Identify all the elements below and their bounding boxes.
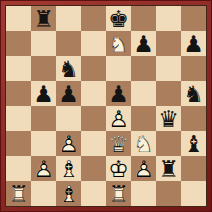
square-a4[interactable] bbox=[6, 106, 31, 131]
piece-black-queen-g4[interactable]: ♛ bbox=[156, 106, 181, 131]
white-pawn-outline: ♙ bbox=[131, 156, 156, 181]
piece-white-rook-e1[interactable]: ♜♖ bbox=[106, 181, 131, 206]
square-a2[interactable] bbox=[6, 156, 31, 181]
black-rook-glyph: ♜ bbox=[156, 156, 181, 181]
square-a1[interactable]: ♜♖ bbox=[6, 181, 31, 206]
square-c8[interactable] bbox=[56, 6, 81, 31]
square-b2[interactable]: ♟♙ bbox=[31, 156, 56, 181]
square-g5[interactable] bbox=[156, 81, 181, 106]
square-f4[interactable] bbox=[131, 106, 156, 131]
black-pawn-glyph: ♟ bbox=[31, 81, 56, 106]
square-b4[interactable] bbox=[31, 106, 56, 131]
white-pawn-outline: ♙ bbox=[56, 131, 81, 156]
black-knight-glyph: ♞ bbox=[181, 81, 206, 106]
square-c5[interactable]: ♟ bbox=[56, 81, 81, 106]
square-g1[interactable] bbox=[156, 181, 181, 206]
square-b7[interactable] bbox=[31, 31, 56, 56]
black-rook-glyph: ♜ bbox=[31, 6, 56, 31]
black-king-glyph: ♚ bbox=[106, 6, 131, 31]
piece-black-bishop-h3[interactable]: ♝ bbox=[181, 131, 206, 156]
square-h5[interactable]: ♞ bbox=[181, 81, 206, 106]
piece-black-king-e8[interactable]: ♚ bbox=[106, 6, 131, 31]
square-g3[interactable] bbox=[156, 131, 181, 156]
square-h4[interactable] bbox=[181, 106, 206, 131]
square-h2[interactable] bbox=[181, 156, 206, 181]
square-g2[interactable]: ♜ bbox=[156, 156, 181, 181]
piece-black-pawn-c5[interactable]: ♟ bbox=[56, 81, 81, 106]
square-d5[interactable] bbox=[81, 81, 106, 106]
piece-white-knight-f3[interactable]: ♞♘ bbox=[131, 131, 156, 156]
square-c2[interactable]: ♝♗ bbox=[56, 156, 81, 181]
square-e7[interactable]: ♞♘ bbox=[106, 31, 131, 56]
square-b8[interactable]: ♜ bbox=[31, 6, 56, 31]
square-d8[interactable] bbox=[81, 6, 106, 31]
square-c1[interactable]: ♝♗ bbox=[56, 181, 81, 206]
black-pawn-glyph: ♟ bbox=[131, 31, 156, 56]
piece-white-queen-e3[interactable]: ♛♕ bbox=[106, 131, 131, 156]
board-frame: ♜♚♞♘♟♟♞♟♟♟♞♟♙♛♟♙♛♕♞♘♝♟♙♝♗♚♔♟♙♜♜♖♝♗♜♖ bbox=[0, 0, 212, 212]
square-a5[interactable] bbox=[6, 81, 31, 106]
square-e5[interactable]: ♟ bbox=[106, 81, 131, 106]
piece-white-pawn-b2[interactable]: ♟♙ bbox=[31, 156, 56, 181]
square-d1[interactable] bbox=[81, 181, 106, 206]
square-c7[interactable] bbox=[56, 31, 81, 56]
white-king-outline: ♔ bbox=[106, 156, 131, 181]
square-d4[interactable] bbox=[81, 106, 106, 131]
square-f1[interactable] bbox=[131, 181, 156, 206]
white-bishop-outline: ♗ bbox=[56, 156, 81, 181]
piece-white-pawn-e4[interactable]: ♟♙ bbox=[106, 106, 131, 131]
square-d3[interactable] bbox=[81, 131, 106, 156]
white-rook-outline: ♖ bbox=[6, 181, 31, 206]
square-h6[interactable] bbox=[181, 56, 206, 81]
square-d2[interactable] bbox=[81, 156, 106, 181]
square-h1[interactable] bbox=[181, 181, 206, 206]
piece-white-knight-e7[interactable]: ♞♘ bbox=[106, 31, 131, 56]
black-queen-glyph: ♛ bbox=[156, 106, 181, 131]
square-a3[interactable] bbox=[6, 131, 31, 156]
white-knight-outline: ♘ bbox=[131, 131, 156, 156]
square-c3[interactable]: ♟♙ bbox=[56, 131, 81, 156]
square-g4[interactable]: ♛ bbox=[156, 106, 181, 131]
square-f3[interactable]: ♞♘ bbox=[131, 131, 156, 156]
white-bishop-outline: ♗ bbox=[56, 181, 81, 206]
square-g6[interactable] bbox=[156, 56, 181, 81]
square-g8[interactable] bbox=[156, 6, 181, 31]
square-e8[interactable]: ♚ bbox=[106, 6, 131, 31]
square-b6[interactable] bbox=[31, 56, 56, 81]
black-knight-glyph: ♞ bbox=[56, 56, 81, 81]
square-d7[interactable] bbox=[81, 31, 106, 56]
piece-black-pawn-b5[interactable]: ♟ bbox=[31, 81, 56, 106]
piece-white-king-e2[interactable]: ♚♔ bbox=[106, 156, 131, 181]
square-h8[interactable] bbox=[181, 6, 206, 31]
piece-white-bishop-c2[interactable]: ♝♗ bbox=[56, 156, 81, 181]
piece-black-rook-b8[interactable]: ♜ bbox=[31, 6, 56, 31]
piece-white-pawn-c3[interactable]: ♟♙ bbox=[56, 131, 81, 156]
square-b5[interactable]: ♟ bbox=[31, 81, 56, 106]
piece-black-pawn-h7[interactable]: ♟ bbox=[181, 31, 206, 56]
square-a6[interactable] bbox=[6, 56, 31, 81]
square-f8[interactable] bbox=[131, 6, 156, 31]
piece-black-knight-h5[interactable]: ♞ bbox=[181, 81, 206, 106]
square-f5[interactable] bbox=[131, 81, 156, 106]
white-queen-outline: ♕ bbox=[106, 131, 131, 156]
square-e6[interactable] bbox=[106, 56, 131, 81]
chess-board: ♜♚♞♘♟♟♞♟♟♟♞♟♙♛♟♙♛♕♞♘♝♟♙♝♗♚♔♟♙♜♜♖♝♗♜♖ bbox=[6, 6, 206, 206]
square-c6[interactable]: ♞ bbox=[56, 56, 81, 81]
square-d6[interactable] bbox=[81, 56, 106, 81]
square-e3[interactable]: ♛♕ bbox=[106, 131, 131, 156]
black-pawn-glyph: ♟ bbox=[56, 81, 81, 106]
square-c4[interactable] bbox=[56, 106, 81, 131]
square-b1[interactable] bbox=[31, 181, 56, 206]
piece-black-knight-c6[interactable]: ♞ bbox=[56, 56, 81, 81]
white-rook-outline: ♖ bbox=[106, 181, 131, 206]
square-f7[interactable]: ♟ bbox=[131, 31, 156, 56]
white-knight-outline: ♘ bbox=[106, 31, 131, 56]
black-pawn-glyph: ♟ bbox=[106, 81, 131, 106]
square-a8[interactable] bbox=[6, 6, 31, 31]
piece-black-rook-g2[interactable]: ♜ bbox=[156, 156, 181, 181]
piece-white-pawn-f2[interactable]: ♟♙ bbox=[131, 156, 156, 181]
black-pawn-glyph: ♟ bbox=[181, 31, 206, 56]
piece-white-rook-a1[interactable]: ♜♖ bbox=[6, 181, 31, 206]
black-bishop-glyph: ♝ bbox=[181, 131, 206, 156]
square-e4[interactable]: ♟♙ bbox=[106, 106, 131, 131]
white-pawn-outline: ♙ bbox=[31, 156, 56, 181]
square-f6[interactable] bbox=[131, 56, 156, 81]
piece-black-pawn-e5[interactable]: ♟ bbox=[106, 81, 131, 106]
square-h3[interactable]: ♝ bbox=[181, 131, 206, 156]
square-h7[interactable]: ♟ bbox=[181, 31, 206, 56]
square-e2[interactable]: ♚♔ bbox=[106, 156, 131, 181]
square-b3[interactable] bbox=[31, 131, 56, 156]
white-pawn-outline: ♙ bbox=[106, 106, 131, 131]
piece-white-bishop-c1[interactable]: ♝♗ bbox=[56, 181, 81, 206]
square-e1[interactable]: ♜♖ bbox=[106, 181, 131, 206]
square-g7[interactable] bbox=[156, 31, 181, 56]
square-f2[interactable]: ♟♙ bbox=[131, 156, 156, 181]
square-a7[interactable] bbox=[6, 31, 31, 56]
piece-black-pawn-f7[interactable]: ♟ bbox=[131, 31, 156, 56]
